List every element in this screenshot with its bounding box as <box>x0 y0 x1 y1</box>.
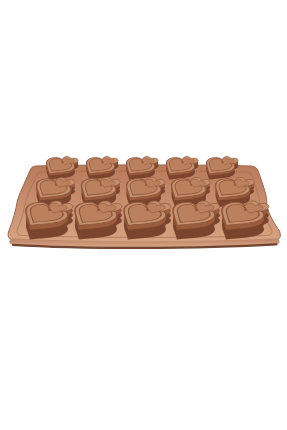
mold-cavity-grid <box>12 156 271 247</box>
product-photo <box>0 0 287 430</box>
chocolate-mold-image <box>0 0 287 430</box>
